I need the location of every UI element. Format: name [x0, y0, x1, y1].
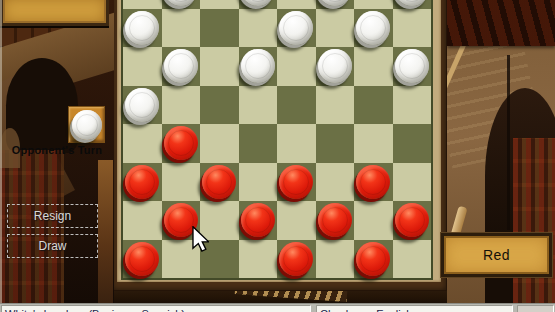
- square-r8c5[interactable]: [277, 240, 316, 279]
- square-r1c8[interactable]: [393, 0, 432, 9]
- square-r3c7[interactable]: [354, 47, 393, 86]
- square-r1c6[interactable]: [316, 0, 355, 9]
- square-r7c3[interactable]: [200, 201, 239, 240]
- square-r7c1[interactable]: [123, 201, 162, 240]
- square-r8c1[interactable]: [123, 240, 162, 279]
- red-checker[interactable]: [356, 242, 390, 276]
- checkers-game-window: Opponent's Turn Resign Draw Red White's …: [0, 0, 555, 312]
- red-checker[interactable]: [318, 203, 352, 237]
- white-checker[interactable]: [318, 49, 352, 83]
- red-checker[interactable]: [164, 203, 198, 237]
- square-r7c5[interactable]: [277, 201, 316, 240]
- ceiling-art: [447, 0, 555, 46]
- square-r1c1[interactable]: [123, 0, 162, 9]
- square-r2c7[interactable]: [354, 9, 393, 48]
- square-r3c5[interactable]: [277, 47, 316, 86]
- square-r6c7[interactable]: [354, 163, 393, 202]
- status-bar: White's hand: … (Beginner, Spanish) Chec…: [0, 303, 555, 312]
- square-r6c6[interactable]: [316, 163, 355, 202]
- square-r5c6[interactable]: [316, 124, 355, 163]
- status-variant-info: Checkers - English: [316, 305, 513, 312]
- square-r4c3[interactable]: [200, 86, 239, 125]
- red-checker[interactable]: [125, 165, 159, 199]
- red-checker[interactable]: [241, 203, 275, 237]
- window-left-edge: [0, 0, 2, 303]
- white-checker[interactable]: [318, 0, 352, 6]
- square-r3c1[interactable]: [123, 47, 162, 86]
- resign-button-label: Resign: [34, 209, 71, 223]
- red-checker[interactable]: [164, 126, 198, 160]
- white-checker[interactable]: [241, 49, 275, 83]
- square-r8c3[interactable]: [200, 240, 239, 279]
- square-r5c4[interactable]: [239, 124, 278, 163]
- turn-status-label: Opponent's Turn: [0, 144, 114, 156]
- draw-button[interactable]: Draw: [7, 234, 98, 258]
- square-r3c3[interactable]: [200, 47, 239, 86]
- square-r1c3[interactable]: [200, 0, 239, 9]
- white-checker[interactable]: [164, 0, 198, 6]
- square-r5c3[interactable]: [200, 124, 239, 163]
- red-checker[interactable]: [395, 203, 429, 237]
- square-r6c2[interactable]: [162, 163, 201, 202]
- turn-indicator: [68, 106, 105, 143]
- white-checker[interactable]: [241, 0, 275, 6]
- left-panel: Opponent's Turn Resign Draw: [0, 0, 114, 303]
- square-r5c8[interactable]: [393, 124, 432, 163]
- red-checker[interactable]: [125, 242, 159, 276]
- square-r2c2[interactable]: [162, 9, 201, 48]
- white-checker[interactable]: [125, 11, 159, 45]
- square-r2c6[interactable]: [316, 9, 355, 48]
- square-r6c5[interactable]: [277, 163, 316, 202]
- square-r6c8[interactable]: [393, 163, 432, 202]
- red-checker[interactable]: [356, 165, 390, 199]
- square-r2c1[interactable]: [123, 9, 162, 48]
- square-r8c8[interactable]: [393, 240, 432, 279]
- red-checker[interactable]: [202, 165, 236, 199]
- square-r2c3[interactable]: [200, 9, 239, 48]
- square-r6c1[interactable]: [123, 163, 162, 202]
- square-r1c2[interactable]: [162, 0, 201, 9]
- draw-button-label: Draw: [38, 239, 66, 253]
- square-r5c2[interactable]: [162, 124, 201, 163]
- square-r5c1[interactable]: [123, 124, 162, 163]
- square-r4c6[interactable]: [316, 86, 355, 125]
- square-r5c7[interactable]: [354, 124, 393, 163]
- square-r6c3[interactable]: [200, 163, 239, 202]
- resign-button[interactable]: Resign: [7, 204, 98, 228]
- white-checker-indicator: [72, 110, 102, 140]
- square-r8c4[interactable]: [239, 240, 278, 279]
- red-checker[interactable]: [279, 242, 313, 276]
- square-r7c8[interactable]: [393, 201, 432, 240]
- square-r7c7[interactable]: [354, 201, 393, 240]
- square-r4c8[interactable]: [393, 86, 432, 125]
- square-r1c5[interactable]: [277, 0, 316, 9]
- white-checker[interactable]: [395, 0, 429, 6]
- square-r3c8[interactable]: [393, 47, 432, 86]
- square-r4c1[interactable]: [123, 86, 162, 125]
- square-r2c5[interactable]: [277, 9, 316, 48]
- white-nameplate: [0, 0, 109, 26]
- square-r4c2[interactable]: [162, 86, 201, 125]
- square-r7c6[interactable]: [316, 201, 355, 240]
- white-checker[interactable]: [125, 88, 159, 122]
- checkers-board[interactable]: [121, 0, 433, 280]
- square-r5c5[interactable]: [277, 124, 316, 163]
- square-r4c5[interactable]: [277, 86, 316, 125]
- square-r6c4[interactable]: [239, 163, 278, 202]
- square-r7c2[interactable]: [162, 201, 201, 240]
- white-checker[interactable]: [356, 11, 390, 45]
- bookcase-edge-art: [507, 55, 510, 230]
- square-r4c4[interactable]: [239, 86, 278, 125]
- square-r4c7[interactable]: [354, 86, 393, 125]
- pillar-art: [98, 160, 113, 303]
- square-r2c8[interactable]: [393, 9, 432, 48]
- square-r2c4[interactable]: [239, 9, 278, 48]
- white-checker[interactable]: [395, 49, 429, 83]
- white-checker[interactable]: [279, 11, 313, 45]
- square-r8c2[interactable]: [162, 240, 201, 279]
- status-spare-section: [517, 305, 554, 312]
- square-r1c7[interactable]: [354, 0, 393, 9]
- square-r3c2[interactable]: [162, 47, 201, 86]
- square-r8c7[interactable]: [354, 240, 393, 279]
- status-game-info: White's hand: … (Beginner, Spanish): [1, 305, 311, 312]
- red-checker[interactable]: [279, 165, 313, 199]
- white-checker[interactable]: [164, 49, 198, 83]
- red-player-nameplate: Red: [441, 233, 552, 277]
- square-r1c4[interactable]: [239, 0, 278, 9]
- square-r3c6[interactable]: [316, 47, 355, 86]
- bookshelf-art: [513, 138, 555, 303]
- square-r7c4[interactable]: [239, 201, 278, 240]
- red-nameplate-label: Red: [483, 247, 510, 263]
- square-r3c4[interactable]: [239, 47, 278, 86]
- square-r8c6[interactable]: [316, 240, 355, 279]
